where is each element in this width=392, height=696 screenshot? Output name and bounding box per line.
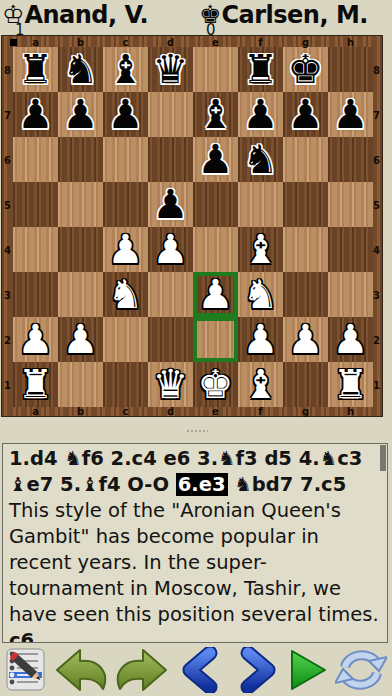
square-f5[interactable] [238, 182, 283, 227]
black-pawn-c7: ♟ [108, 92, 144, 137]
file-label-g-top: g [302, 36, 309, 47]
square-c2[interactable] [103, 317, 148, 362]
square-b1[interactable] [58, 362, 103, 407]
square-f2[interactable]: ♟ [238, 317, 283, 362]
rank-label-5-right: 5 [373, 199, 380, 210]
square-d2[interactable] [148, 317, 193, 362]
square-g4[interactable] [283, 227, 328, 272]
rank-label-8-right: 8 [373, 64, 380, 75]
file-label-h-top: h [347, 36, 354, 47]
rank-label-1-right: 1 [373, 379, 380, 390]
file-label-a-top: a [32, 36, 39, 47]
square-d4[interactable]: ♟ [148, 227, 193, 272]
square-f6[interactable]: ♞ [238, 137, 283, 182]
next-move-button[interactable] [232, 647, 282, 696]
white-pawn-b2: ♟ [63, 317, 99, 362]
square-g1[interactable] [283, 362, 328, 407]
square-c3[interactable]: ♞ [103, 272, 148, 317]
square-h7[interactable]: ♟ [328, 92, 373, 137]
square-g6[interactable] [283, 137, 328, 182]
square-e5[interactable] [193, 182, 238, 227]
rank-label-3-right: 3 [373, 289, 380, 300]
play-button[interactable] [287, 647, 329, 696]
square-h4[interactable] [328, 227, 373, 272]
black-pawn-d5: ♟ [153, 182, 189, 227]
white-player-name: Anand, V. [24, 1, 148, 29]
white-bishop-f1: ♝ [243, 362, 279, 407]
square-g3[interactable] [283, 272, 328, 317]
file-label-b-top: b [77, 36, 84, 47]
white-rook-a1: ♜ [18, 362, 54, 407]
rank-label-2-right: 2 [373, 334, 380, 345]
black-knight-f6: ♞ [243, 137, 279, 182]
black-pawn-b7: ♟ [63, 92, 99, 137]
previous-move-button[interactable] [176, 647, 226, 696]
black-pawn-e6: ♟ [198, 137, 234, 182]
square-d6[interactable] [148, 137, 193, 182]
square-e4[interactable] [193, 227, 238, 272]
scrollbar-thumb[interactable] [380, 445, 386, 471]
square-d7[interactable] [148, 92, 193, 137]
square-b3[interactable] [58, 272, 103, 317]
black-bishop-c8: ♝ [108, 47, 144, 92]
black-king-g8: ♚ [288, 47, 324, 92]
square-a8[interactable]: ♜ [13, 47, 58, 92]
square-a3[interactable] [13, 272, 58, 317]
rank-label-7-right: 7 [373, 109, 380, 120]
black-pawn-a7: ♟ [18, 92, 54, 137]
square-f1[interactable]: ♝ [238, 362, 283, 407]
square-e6[interactable]: ♟ [193, 137, 238, 182]
file-label-d-top: d [167, 36, 174, 47]
notation-panel[interactable]: 1.d4 ♞f6 2.c4 e6 3.♞f3 d5 4.♞c3 ♝e7 5.♝f… [2, 443, 388, 643]
splitter-grip[interactable] [186, 429, 208, 433]
rank-label-5-left: 5 [4, 199, 11, 210]
back-button[interactable] [53, 647, 109, 696]
file-label-e-top: e [212, 36, 219, 47]
rank-label-6-left: 6 [4, 154, 11, 165]
square-a1[interactable]: ♜ [13, 362, 58, 407]
file-label-b-bottom: b [77, 405, 84, 416]
square-g7[interactable]: ♟ [283, 92, 328, 137]
square-e2[interactable] [193, 317, 238, 362]
square-f3[interactable]: ♞ [238, 272, 283, 317]
rank-label-8-left: 8 [4, 64, 11, 75]
square-c6[interactable] [103, 137, 148, 182]
white-queen-d1: ♛ [153, 362, 189, 407]
square-h8[interactable] [328, 47, 373, 92]
square-a4[interactable] [13, 227, 58, 272]
black-player-name: Carlsen, M. [221, 1, 368, 29]
moves-after[interactable]: ♞bd7 7.c5 [228, 473, 347, 496]
file-label-f-top: f [258, 36, 262, 47]
square-e8[interactable] [193, 47, 238, 92]
square-h2[interactable]: ♟ [328, 317, 373, 362]
square-b8[interactable]: ♞ [58, 47, 103, 92]
file-label-h-bottom: h [347, 405, 354, 416]
black-pawn-f7: ♟ [243, 92, 279, 137]
square-b2[interactable]: ♟ [58, 317, 103, 362]
file-label-e-bottom: e [212, 405, 219, 416]
square-h5[interactable] [328, 182, 373, 227]
side-to-move-indicator [10, 39, 17, 46]
rank-label-4-right: 4 [373, 244, 380, 255]
black-player: ♚ Carlsen, M. [199, 1, 368, 29]
square-g2[interactable]: ♟ [283, 317, 328, 362]
square-h3[interactable] [328, 272, 373, 317]
white-king-e1: ♚ [198, 362, 234, 407]
white-pawn-h2: ♟ [333, 317, 369, 362]
square-c1[interactable] [103, 362, 148, 407]
square-c7[interactable]: ♟ [103, 92, 148, 137]
current-move[interactable]: 6.e3 [176, 473, 228, 496]
black-pawn-h7: ♟ [333, 92, 369, 137]
square-e3[interactable]: ♟ [193, 272, 238, 317]
square-g5[interactable] [283, 182, 328, 227]
file-label-f-bottom: f [258, 405, 262, 416]
menu-edit-icon [5, 648, 47, 692]
square-b5[interactable] [58, 182, 103, 227]
forward-button[interactable] [114, 647, 170, 696]
rank-label-4-left: 4 [4, 244, 11, 255]
white-pawn-a2: ♟ [18, 317, 54, 362]
square-d5[interactable]: ♟ [148, 182, 193, 227]
black-pawn-g7: ♟ [288, 92, 324, 137]
white-knight-c3: ♞ [108, 272, 144, 317]
white-pawn-f2: ♟ [243, 317, 279, 362]
chevron-right-icon [232, 647, 282, 693]
file-label-c-bottom: c [123, 405, 129, 416]
black-rook-f8: ♜ [243, 47, 279, 92]
forward-arrow-icon [114, 647, 170, 693]
square-f4[interactable]: ♝ [238, 227, 283, 272]
square-d3[interactable] [148, 272, 193, 317]
black-knight-b8: ♞ [63, 47, 99, 92]
white-pawn-g2: ♟ [288, 317, 324, 362]
chess-board[interactable]: ♜♞♝♛♜♚♟♟♟♝♟♟♟♟♞♟♟♟♝♞♟♞♟♟♟♟♟♜♛♚♝♜ aabbccd… [1, 35, 383, 417]
rank-label-7-left: 7 [4, 109, 11, 120]
square-f7[interactable]: ♟ [238, 92, 283, 137]
square-e7[interactable]: ♝ [193, 92, 238, 137]
square-f8[interactable]: ♜ [238, 47, 283, 92]
menu-edit-button[interactable] [5, 648, 47, 695]
square-a5[interactable] [13, 182, 58, 227]
white-pawn-d4: ♟ [153, 227, 189, 272]
chess-app: ♔ Anand, V. ♚ Carlsen, M. 1 0 ♜♞♝♛♜♚♟♟♟♝… [0, 0, 392, 696]
white-pawn-e3: ♟ [198, 272, 234, 317]
square-h1[interactable]: ♜ [328, 362, 373, 407]
board-squares: ♜♞♝♛♜♚♟♟♟♝♟♟♟♟♞♟♟♟♝♞♟♞♟♟♟♟♟♜♛♚♝♜ [13, 47, 373, 407]
square-e1[interactable]: ♚ [193, 362, 238, 407]
black-bishop-e7: ♝ [198, 92, 234, 137]
square-a6[interactable] [13, 137, 58, 182]
square-d1[interactable]: ♛ [148, 362, 193, 407]
square-c8[interactable]: ♝ [103, 47, 148, 92]
white-bishop-f4: ♝ [243, 227, 279, 272]
rank-label-1-left: 1 [4, 379, 11, 390]
square-d8[interactable]: ♛ [148, 47, 193, 92]
file-label-a-bottom: a [32, 405, 39, 416]
white-pawn-c4: ♟ [108, 227, 144, 272]
toolbar [0, 646, 392, 696]
file-label-d-bottom: d [167, 405, 174, 416]
file-label-c-top: c [123, 36, 129, 47]
refresh-button[interactable] [335, 647, 387, 696]
square-a2[interactable]: ♟ [13, 317, 58, 362]
play-icon [287, 647, 329, 693]
black-queen-d8: ♛ [153, 47, 189, 92]
square-b7[interactable]: ♟ [58, 92, 103, 137]
square-a7[interactable]: ♟ [13, 92, 58, 137]
refresh-icon [335, 647, 387, 693]
rank-label-2-left: 2 [4, 334, 11, 345]
black-rook-a8: ♜ [18, 47, 54, 92]
rank-label-3-left: 3 [4, 289, 11, 300]
file-label-g-bottom: g [302, 405, 309, 416]
back-arrow-icon [53, 647, 109, 693]
square-b4[interactable] [58, 227, 103, 272]
white-rook-h1: ♜ [333, 362, 369, 407]
rank-label-6-right: 6 [373, 154, 380, 165]
next-move[interactable]: c6 [9, 629, 34, 643]
commentary-text: This style of the "Aronian Queen's Gambi… [9, 499, 379, 626]
square-c4[interactable]: ♟ [103, 227, 148, 272]
square-c5[interactable] [103, 182, 148, 227]
white-knight-f3: ♞ [243, 272, 279, 317]
square-b6[interactable] [58, 137, 103, 182]
chevron-left-icon [176, 647, 226, 693]
square-g8[interactable]: ♚ [283, 47, 328, 92]
square-h6[interactable] [328, 137, 373, 182]
